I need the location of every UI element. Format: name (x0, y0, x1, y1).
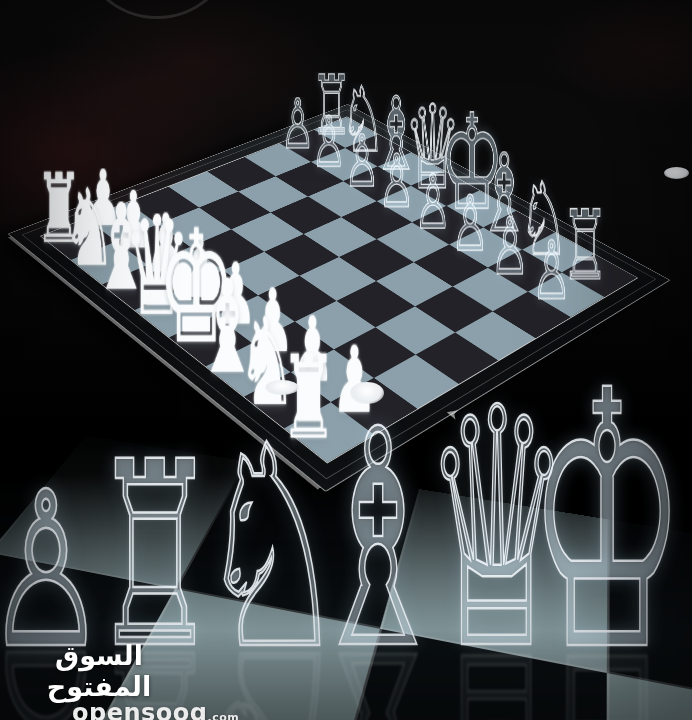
opensooq-watermark: السوق المفتوح opensooq.com (24, 640, 239, 720)
glass-chessboard-plate: ♖♘♗♕♔♗♘♖♙♙♙♙♙♙♙♙♟♟♟♟♟♟♟♟♜♞♝♛♚♝♞♜ (7, 104, 670, 492)
glass-chess-set-photo: ♖♘♗♕♔♗♘♖♙♙♙♙♙♙♙♙♟♟♟♟♟♟♟♟♜♞♝♛♚♝♞♜ ➤ ♙♙♖♖♘… (0, 0, 692, 720)
watermark-arabic-text: السوق المفتوح (24, 640, 174, 702)
watermark-brand: opensooq (72, 699, 207, 720)
white-rook: ♜ (273, 351, 343, 443)
watermark-latin-text: opensooq.com (72, 699, 239, 720)
board-foot (664, 167, 689, 179)
chess-board-grid: ♖♘♗♕♔♗♘♖♙♙♙♙♙♙♙♙♟♟♟♟♟♟♟♟♜♞♝♛♚♝♞♜ (40, 117, 638, 464)
watermark-tld: .com (207, 711, 239, 720)
board-foot (350, 382, 384, 404)
glass-chessboard-wrapper: ♖♘♗♕♔♗♘♖♙♙♙♙♙♙♙♙♟♟♟♟♟♟♟♟♜♞♝♛♚♝♞♜ (104, 22, 574, 492)
black-pawn: ♙ (521, 238, 581, 303)
board-foot (265, 380, 299, 395)
